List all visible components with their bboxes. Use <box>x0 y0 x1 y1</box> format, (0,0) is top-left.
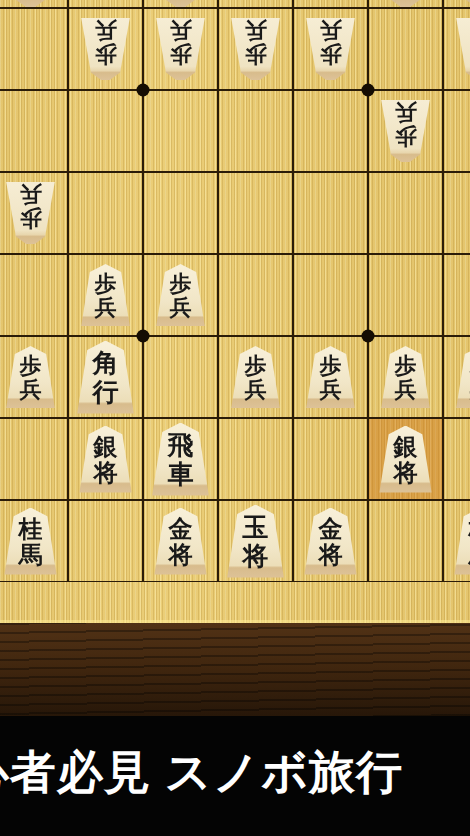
board-cell[interactable] <box>0 418 68 500</box>
board-cell[interactable]: 金将 <box>143 500 218 582</box>
cropped-piece-bottom-edge <box>452 0 470 7</box>
board-cell[interactable]: 歩兵 <box>368 90 443 172</box>
board-cell[interactable] <box>218 254 293 336</box>
board-cell[interactable] <box>143 0 218 8</box>
board-cell[interactable] <box>218 172 293 254</box>
piece-fuhyo[interactable]: 歩兵 <box>229 346 283 408</box>
board-cell[interactable]: 銀将 <box>68 418 143 500</box>
piece-fuhyo[interactable]: 歩兵 <box>79 18 133 80</box>
board-cell[interactable]: 歩兵 <box>218 336 293 418</box>
star-point <box>362 84 375 97</box>
board-cell[interactable]: 飛車 <box>143 418 218 500</box>
board-cell[interactable] <box>368 172 443 254</box>
star-point <box>137 84 150 97</box>
piece-fuhyo[interactable]: 歩兵 <box>379 346 433 408</box>
board-cell[interactable]: 歩兵 <box>443 8 470 90</box>
board-cell[interactable] <box>368 254 443 336</box>
board-cell[interactable]: 歩兵 <box>68 8 143 90</box>
piece-kanji-label: 歩兵 <box>304 346 358 402</box>
board-cell[interactable] <box>68 172 143 254</box>
board-cell[interactable] <box>368 0 443 8</box>
piece-kanji-label: 金将 <box>302 508 360 570</box>
piece-kanji-label: 金将 <box>152 508 210 570</box>
piece-kanji-label: 歩兵 <box>229 18 283 74</box>
piece-fuhyo[interactable]: 歩兵 <box>4 346 58 408</box>
shogi-app-screen: 歩兵歩兵歩兵歩兵歩兵歩兵歩兵歩兵歩兵歩兵角行歩兵歩兵歩兵歩兵銀将飛車銀将桂馬金将… <box>0 0 470 836</box>
board-cell[interactable] <box>368 500 443 582</box>
board-cell[interactable] <box>443 172 470 254</box>
cropped-piece-bottom-edge <box>377 0 435 7</box>
board-cell[interactable]: 玉将 <box>218 500 293 582</box>
piece-fuhyo[interactable]: 歩兵 <box>4 182 58 244</box>
board-cell[interactable] <box>143 90 218 172</box>
board-cell[interactable] <box>368 8 443 90</box>
piece-kanji-label: 歩兵 <box>304 18 358 74</box>
board-cell[interactable] <box>443 0 470 8</box>
piece-kanji-label: 銀将 <box>377 426 435 488</box>
piece-keima[interactable]: 桂馬 <box>2 508 60 575</box>
star-point <box>362 330 375 343</box>
board-cell[interactable] <box>0 8 68 90</box>
board-cell[interactable] <box>443 254 470 336</box>
board-cell[interactable] <box>143 336 218 418</box>
board-cell[interactable]: 歩兵 <box>0 336 68 418</box>
board-cell[interactable]: 角行 <box>68 336 143 418</box>
board-cell[interactable] <box>218 418 293 500</box>
board-cell[interactable] <box>218 0 293 8</box>
board-cell[interactable]: 歩兵 <box>368 336 443 418</box>
piece-fuhyo[interactable]: 歩兵 <box>304 18 358 80</box>
board-cell[interactable]: 金将 <box>293 500 368 582</box>
board-cell[interactable]: 歩兵 <box>0 172 68 254</box>
board-cell[interactable] <box>293 0 368 8</box>
piece-kanji-label: 飛車 <box>149 423 212 490</box>
piece-fuhyo[interactable]: 歩兵 <box>229 18 283 80</box>
board-cell[interactable]: 歩兵 <box>443 336 470 418</box>
piece-kanji-label: 歩兵 <box>454 18 470 74</box>
piece-fuhyo[interactable]: 歩兵 <box>154 18 208 80</box>
piece-kanji-label: 桂馬 <box>452 508 470 570</box>
board-cell[interactable] <box>293 90 368 172</box>
board-cell[interactable] <box>143 172 218 254</box>
board-cell[interactable] <box>68 90 143 172</box>
piece-kanji-label: 桂馬 <box>2 508 60 570</box>
table-wood-background <box>0 623 470 716</box>
piece-kanji-label: 歩兵 <box>4 182 58 238</box>
piece-fuhyo[interactable]: 歩兵 <box>304 346 358 408</box>
piece-kinsho[interactable]: 金将 <box>152 508 210 575</box>
piece-hisha[interactable]: 飛車 <box>149 423 212 496</box>
piece-fuhyo[interactable]: 歩兵 <box>379 100 433 162</box>
piece-ginsho[interactable]: 銀将 <box>77 426 135 493</box>
piece-kanji-label: 歩兵 <box>154 18 208 74</box>
piece-fuhyo[interactable]: 歩兵 <box>454 18 470 80</box>
board-cell[interactable] <box>0 0 68 8</box>
board-cell[interactable] <box>293 254 368 336</box>
piece-kanji-label: 玉将 <box>224 505 287 572</box>
board-cell[interactable]: 歩兵 <box>293 8 368 90</box>
piece-kanji-label: 歩兵 <box>454 346 470 402</box>
board-cell[interactable]: 桂馬 <box>0 500 68 582</box>
board-cell[interactable] <box>68 500 143 582</box>
piece-kanji-label: 歩兵 <box>229 346 283 402</box>
board-cell[interactable]: 銀将 <box>368 418 443 500</box>
piece-ginsho[interactable]: 銀将 <box>377 426 435 493</box>
board-cell[interactable]: 歩兵 <box>68 254 143 336</box>
star-point <box>137 330 150 343</box>
piece-kanji-label: 銀将 <box>77 426 135 488</box>
piece-kanji-label: 歩兵 <box>379 346 433 402</box>
piece-kanji-label: 歩兵 <box>154 264 208 320</box>
board-cell[interactable] <box>0 254 68 336</box>
piece-fuhyo[interactable]: 歩兵 <box>79 264 133 326</box>
piece-kanji-label: 角行 <box>74 341 137 408</box>
piece-kinsho[interactable]: 金将 <box>302 508 360 575</box>
board-cell[interactable]: 歩兵 <box>143 8 218 90</box>
board-cell[interactable] <box>218 90 293 172</box>
cropped-piece-bottom-edge <box>2 0 60 7</box>
piece-kakugyo[interactable]: 角行 <box>74 341 137 414</box>
piece-fuhyo[interactable]: 歩兵 <box>454 346 470 408</box>
board-cell[interactable]: 歩兵 <box>143 254 218 336</box>
piece-kanji-label: 歩兵 <box>379 100 433 156</box>
board-cell[interactable]: 歩兵 <box>293 336 368 418</box>
board-cell[interactable] <box>293 172 368 254</box>
piece-kanji-label: 歩兵 <box>79 18 133 74</box>
board-cell[interactable] <box>293 418 368 500</box>
board-cell[interactable] <box>0 90 68 172</box>
board-cell[interactable] <box>68 0 143 8</box>
piece-keima[interactable]: 桂馬 <box>452 508 470 575</box>
piece-kanji-label: 歩兵 <box>4 346 58 402</box>
ad-banner-text: 心者必見 スノボ旅行 <box>0 742 403 810</box>
piece-fuhyo[interactable]: 歩兵 <box>154 264 208 326</box>
board-cell[interactable]: 歩兵 <box>218 8 293 90</box>
shogi-board: 歩兵歩兵歩兵歩兵歩兵歩兵歩兵歩兵歩兵歩兵角行歩兵歩兵歩兵歩兵銀将飛車銀将桂馬金将… <box>0 0 470 582</box>
board-cell[interactable] <box>443 418 470 500</box>
board-cell[interactable]: 桂馬 <box>443 500 470 582</box>
piece-kanji-label: 歩兵 <box>79 264 133 320</box>
ad-banner[interactable]: 心者必見 スノボ旅行 <box>0 716 470 836</box>
cropped-piece-bottom-edge <box>152 0 210 7</box>
board-cell[interactable] <box>443 90 470 172</box>
shogi-board-area: 歩兵歩兵歩兵歩兵歩兵歩兵歩兵歩兵歩兵歩兵角行歩兵歩兵歩兵歩兵銀将飛車銀将桂馬金将… <box>0 0 470 623</box>
piece-gyokusho[interactable]: 玉将 <box>224 505 287 578</box>
ad-banner-partial-char: 心 <box>0 746 10 798</box>
ad-banner-label: 者必見 スノボ旅行 <box>10 746 403 798</box>
